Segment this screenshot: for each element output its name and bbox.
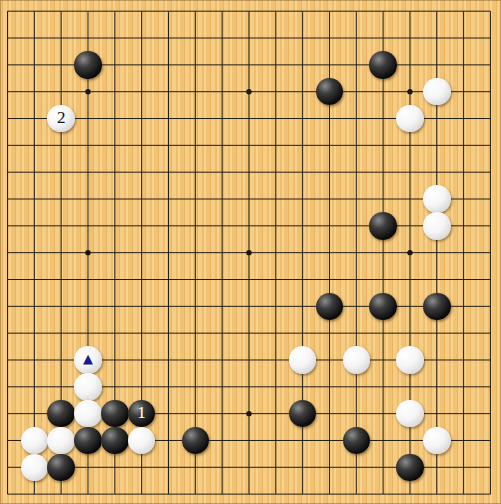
white-stone bbox=[289, 346, 317, 374]
black-stone bbox=[74, 51, 102, 79]
go-diagram: 2▲1 bbox=[0, 0, 501, 504]
black-stone bbox=[101, 427, 129, 455]
white-stone bbox=[74, 373, 102, 401]
black-stone bbox=[74, 427, 102, 455]
board-grid bbox=[0, 0, 501, 504]
move-number-label: 2 bbox=[57, 109, 66, 126]
black-stone bbox=[396, 454, 424, 482]
white-stone bbox=[396, 400, 424, 428]
black-stone bbox=[47, 454, 75, 482]
go-board[interactable]: 2▲1 bbox=[0, 0, 501, 504]
white-stone bbox=[74, 400, 102, 428]
black-stone bbox=[369, 212, 397, 240]
black-stone bbox=[101, 400, 129, 428]
white-stone bbox=[396, 105, 424, 133]
white-stone: ▲ bbox=[74, 346, 102, 374]
white-stone bbox=[423, 185, 451, 213]
white-stone bbox=[423, 78, 451, 106]
white-stone bbox=[21, 454, 49, 482]
white-stone bbox=[423, 427, 451, 455]
black-stone bbox=[369, 293, 397, 321]
black-stone bbox=[423, 293, 451, 321]
white-stone bbox=[47, 427, 75, 455]
white-stone bbox=[423, 212, 451, 240]
move-number-label: 1 bbox=[137, 404, 146, 421]
white-stone bbox=[343, 346, 371, 374]
white-stone: 2 bbox=[47, 105, 75, 133]
black-stone bbox=[369, 51, 397, 79]
triangle-marker-icon: ▲ bbox=[83, 352, 93, 365]
white-stone bbox=[396, 346, 424, 374]
